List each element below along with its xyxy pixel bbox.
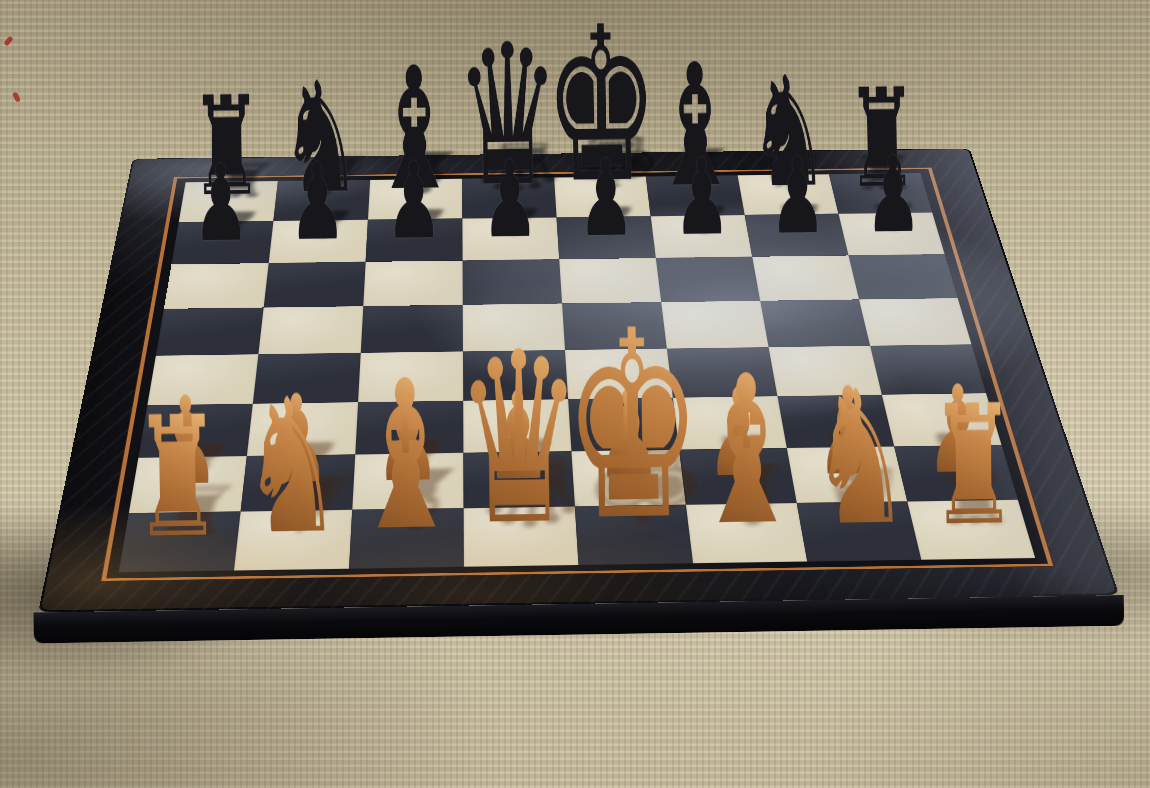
square-f1[interactable]: ♝♝ [686,503,807,563]
white-knight-g1[interactable]: ♞ [809,370,910,547]
square-c6[interactable] [363,261,462,307]
square-h6[interactable] [849,254,958,299]
square-d1[interactable]: ♛♛ [464,506,579,566]
square-c7[interactable]: ♟♟ [366,219,463,262]
white-rook-a1[interactable]: ♜ [132,399,223,558]
photo-scene: ♜♜♞♞♝♝♛♛♚♚♝♝♞♞♜♜♟♟♟♟♟♟♟♟♟♟♟♟♟♟♟♟♟♟♟♟♟♟♟♟… [0,0,1150,788]
square-a6[interactable] [164,263,269,309]
black-pawn-b7[interactable]: ♟ [288,151,346,252]
black-pawn-d7[interactable]: ♟ [481,149,539,250]
white-king-e1[interactable]: ♚ [562,303,704,551]
black-pawn-e7[interactable]: ♟ [577,148,635,249]
black-pawn-h7[interactable]: ♟ [864,144,922,245]
square-g1[interactable]: ♞♞ [797,501,922,561]
white-bishop-c1[interactable]: ♝ [349,357,462,554]
white-bishop-f1[interactable]: ♝ [690,353,803,549]
square-h5[interactable] [859,298,971,346]
carpet-red-fiber [3,36,13,47]
square-c1[interactable]: ♝♝ [349,508,464,569]
square-b5[interactable] [258,306,363,354]
square-e1[interactable]: ♚♚ [575,505,693,565]
board-perspective-wrap: ♜♜♞♞♝♝♛♛♚♚♝♝♞♞♜♜♟♟♟♟♟♟♟♟♟♟♟♟♟♟♟♟♟♟♟♟♟♟♟♟… [93,0,1037,788]
square-h1[interactable]: ♜♜ [907,500,1035,560]
black-pawn-c7[interactable]: ♟ [385,150,443,251]
square-d7[interactable]: ♟♟ [462,217,559,260]
square-g6[interactable] [752,255,859,300]
square-b7[interactable]: ♟♟ [269,220,368,263]
white-knight-b1[interactable]: ♞ [240,378,342,556]
square-d6[interactable] [463,259,563,304]
white-rook-h1[interactable]: ♜ [928,388,1018,546]
square-e7[interactable]: ♟♟ [557,216,656,259]
board-near-edge-face [33,595,1124,643]
square-a5[interactable] [156,307,264,355]
black-pawn-g7[interactable]: ♟ [769,146,827,247]
square-a1[interactable]: ♜♜ [119,512,241,573]
square-b1[interactable]: ♞♞ [234,510,352,571]
chess-board: ♜♜♞♞♝♝♛♛♚♚♝♝♞♞♜♜♟♟♟♟♟♟♟♟♟♟♟♟♟♟♟♟♟♟♟♟♟♟♟♟… [119,173,1035,572]
square-f7[interactable]: ♟♟ [651,215,753,258]
square-a7[interactable]: ♟♟ [172,221,274,264]
square-b6[interactable] [264,262,366,308]
carpet-red-fiber [12,91,21,102]
square-h7[interactable]: ♟♟ [839,213,945,256]
black-pawn-a7[interactable]: ♟ [192,153,250,254]
chess-board-plank: ♜♜♞♞♝♝♛♛♚♚♝♝♞♞♜♜♟♟♟♟♟♟♟♟♟♟♟♟♟♟♟♟♟♟♟♟♟♟♟♟… [38,148,1119,612]
square-g7[interactable]: ♟♟ [745,214,849,257]
black-pawn-f7[interactable]: ♟ [673,147,731,248]
